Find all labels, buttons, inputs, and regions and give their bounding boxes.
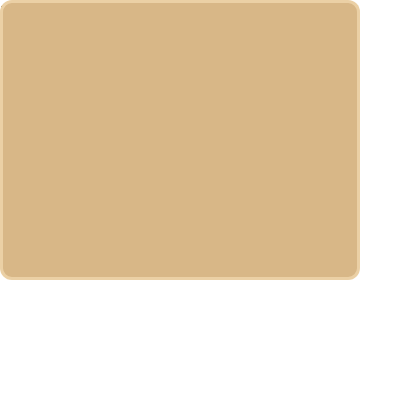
floor-shadow: [95, 318, 365, 348]
board-top-face: [0, 0, 360, 280]
product-photo-stage: [0, 0, 416, 416]
